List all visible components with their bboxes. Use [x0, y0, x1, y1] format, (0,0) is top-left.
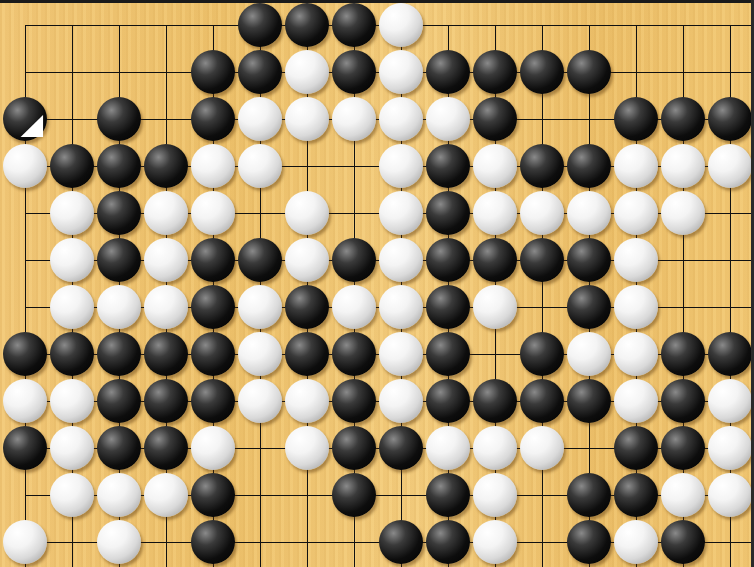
white-stone[interactable] [614, 520, 658, 564]
white-stone[interactable] [473, 191, 517, 235]
white-stone[interactable] [238, 144, 282, 188]
black-stone[interactable] [144, 144, 188, 188]
white-stone[interactable] [614, 379, 658, 423]
black-stone[interactable] [426, 191, 470, 235]
black-stone[interactable] [567, 144, 611, 188]
white-stone[interactable] [567, 332, 611, 376]
black-stone[interactable] [191, 97, 235, 141]
black-stone[interactable] [3, 332, 47, 376]
black-stone[interactable] [332, 3, 376, 47]
black-stone[interactable] [379, 520, 423, 564]
black-stone[interactable] [332, 379, 376, 423]
white-stone[interactable] [708, 473, 752, 517]
white-stone[interactable] [332, 285, 376, 329]
white-stone[interactable] [473, 144, 517, 188]
black-stone[interactable] [191, 520, 235, 564]
white-stone[interactable] [50, 191, 94, 235]
white-stone[interactable] [144, 191, 188, 235]
black-stone[interactable] [661, 426, 705, 470]
white-stone[interactable] [97, 473, 141, 517]
white-stone[interactable] [473, 426, 517, 470]
black-stone[interactable] [50, 332, 94, 376]
white-stone[interactable] [238, 332, 282, 376]
black-stone[interactable] [238, 238, 282, 282]
white-stone[interactable] [379, 238, 423, 282]
black-stone[interactable] [144, 379, 188, 423]
white-stone[interactable] [3, 520, 47, 564]
black-stone[interactable] [191, 285, 235, 329]
black-stone[interactable] [473, 379, 517, 423]
black-stone[interactable] [238, 50, 282, 94]
white-stone[interactable] [473, 473, 517, 517]
white-stone[interactable] [379, 3, 423, 47]
black-stone[interactable] [708, 332, 752, 376]
black-stone[interactable] [614, 97, 658, 141]
white-stone[interactable] [50, 379, 94, 423]
white-stone[interactable] [614, 332, 658, 376]
black-stone[interactable] [614, 473, 658, 517]
black-stone[interactable] [97, 144, 141, 188]
white-stone[interactable] [285, 50, 329, 94]
go-board[interactable] [0, 0, 754, 567]
window-top-border [0, 0, 754, 3]
black-stone[interactable] [426, 520, 470, 564]
white-stone[interactable] [238, 97, 282, 141]
white-stone[interactable] [3, 379, 47, 423]
black-stone[interactable] [191, 473, 235, 517]
black-stone[interactable] [426, 332, 470, 376]
black-stone[interactable] [3, 426, 47, 470]
black-stone[interactable] [97, 97, 141, 141]
black-stone[interactable] [97, 332, 141, 376]
white-stone[interactable] [97, 285, 141, 329]
white-stone[interactable] [614, 191, 658, 235]
black-stone[interactable] [285, 285, 329, 329]
black-stone[interactable] [426, 238, 470, 282]
black-stone[interactable] [614, 426, 658, 470]
white-stone[interactable] [50, 238, 94, 282]
black-stone[interactable] [97, 191, 141, 235]
black-stone[interactable] [520, 379, 564, 423]
black-stone[interactable] [332, 332, 376, 376]
white-stone[interactable] [473, 285, 517, 329]
white-stone[interactable] [661, 144, 705, 188]
black-stone[interactable] [285, 3, 329, 47]
white-stone[interactable] [473, 520, 517, 564]
white-stone[interactable] [285, 97, 329, 141]
black-stone[interactable] [379, 426, 423, 470]
black-stone[interactable] [332, 238, 376, 282]
white-stone[interactable] [144, 473, 188, 517]
white-stone[interactable] [191, 191, 235, 235]
white-stone[interactable] [708, 379, 752, 423]
black-stone[interactable] [567, 50, 611, 94]
white-stone[interactable] [144, 285, 188, 329]
black-stone[interactable] [520, 50, 564, 94]
black-stone[interactable] [50, 144, 94, 188]
black-stone[interactable] [473, 238, 517, 282]
white-stone[interactable] [567, 191, 611, 235]
black-stone[interactable] [426, 473, 470, 517]
white-stone[interactable] [426, 426, 470, 470]
black-stone[interactable] [144, 426, 188, 470]
white-stone[interactable] [614, 285, 658, 329]
black-stone-marked[interactable] [3, 97, 47, 141]
black-stone[interactable] [567, 473, 611, 517]
triangle-marker-icon [3, 97, 47, 141]
white-stone[interactable] [614, 238, 658, 282]
white-stone[interactable] [379, 332, 423, 376]
black-stone[interactable] [661, 379, 705, 423]
white-stone[interactable] [379, 144, 423, 188]
black-stone[interactable] [520, 144, 564, 188]
white-stone[interactable] [191, 426, 235, 470]
white-stone[interactable] [614, 144, 658, 188]
white-stone[interactable] [3, 144, 47, 188]
black-stone[interactable] [426, 285, 470, 329]
black-stone[interactable] [567, 379, 611, 423]
black-stone[interactable] [426, 50, 470, 94]
black-stone[interactable] [426, 144, 470, 188]
black-stone[interactable] [332, 426, 376, 470]
black-stone[interactable] [285, 332, 329, 376]
black-stone[interactable] [97, 238, 141, 282]
black-stone[interactable] [661, 520, 705, 564]
white-stone[interactable] [285, 191, 329, 235]
grid-line-vertical [542, 25, 543, 567]
black-stone[interactable] [191, 332, 235, 376]
black-stone[interactable] [238, 3, 282, 47]
black-stone[interactable] [520, 238, 564, 282]
white-stone[interactable] [50, 426, 94, 470]
white-stone[interactable] [238, 379, 282, 423]
white-stone[interactable] [332, 97, 376, 141]
black-stone[interactable] [567, 285, 611, 329]
black-stone[interactable] [661, 332, 705, 376]
white-stone[interactable] [285, 238, 329, 282]
white-stone[interactable] [661, 191, 705, 235]
white-stone[interactable] [520, 426, 564, 470]
black-stone[interactable] [191, 238, 235, 282]
black-stone[interactable] [567, 238, 611, 282]
white-stone[interactable] [285, 379, 329, 423]
black-stone[interactable] [191, 50, 235, 94]
white-stone[interactable] [238, 285, 282, 329]
white-stone[interactable] [379, 97, 423, 141]
black-stone[interactable] [567, 520, 611, 564]
black-stone[interactable] [332, 473, 376, 517]
white-stone[interactable] [520, 191, 564, 235]
white-stone[interactable] [379, 191, 423, 235]
black-stone[interactable] [426, 379, 470, 423]
white-stone[interactable] [50, 285, 94, 329]
black-stone[interactable] [97, 379, 141, 423]
white-stone[interactable] [285, 426, 329, 470]
white-stone[interactable] [50, 473, 94, 517]
white-stone[interactable] [191, 144, 235, 188]
white-stone[interactable] [144, 238, 188, 282]
white-stone[interactable] [708, 144, 752, 188]
black-stone[interactable] [708, 97, 752, 141]
white-stone[interactable] [379, 50, 423, 94]
black-stone[interactable] [473, 50, 517, 94]
white-stone[interactable] [708, 426, 752, 470]
white-stone[interactable] [379, 285, 423, 329]
black-stone[interactable] [473, 97, 517, 141]
white-stone[interactable] [426, 97, 470, 141]
black-stone[interactable] [144, 332, 188, 376]
black-stone[interactable] [97, 426, 141, 470]
black-stone[interactable] [520, 332, 564, 376]
black-stone[interactable] [332, 50, 376, 94]
white-stone[interactable] [379, 379, 423, 423]
black-stone[interactable] [191, 379, 235, 423]
white-stone[interactable] [661, 473, 705, 517]
white-stone[interactable] [97, 520, 141, 564]
black-stone[interactable] [661, 97, 705, 141]
